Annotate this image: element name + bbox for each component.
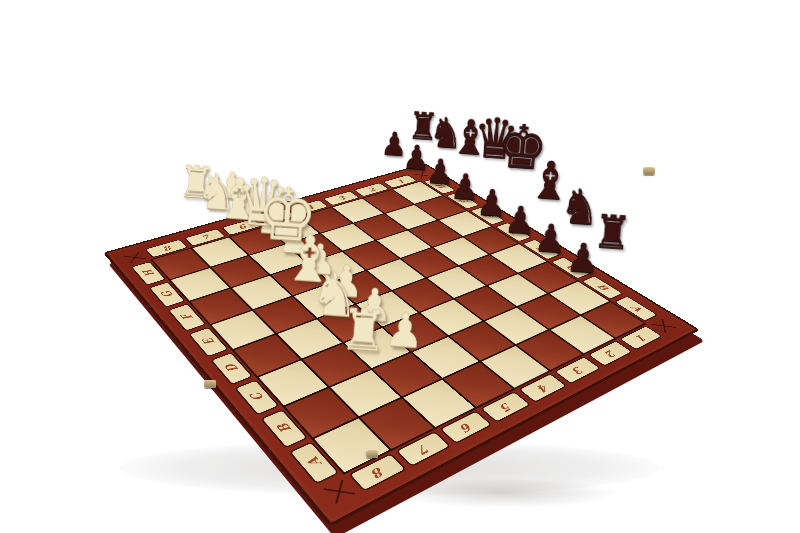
clasp-icon [366,450,378,458]
pawn-glyph: ♟ [475,184,507,222]
rank-label-text: 3 [335,195,347,201]
rank-label-text: 2 [602,348,619,359]
file-label-text: C [247,391,267,403]
file-label-text: A [628,304,644,313]
file-label-text: F [178,313,195,322]
rank-label-text: 7 [199,234,212,241]
file-label-text: G [158,290,176,299]
file-label-g: G [150,283,184,307]
rank-label-text: 4 [534,382,552,394]
rank-label-8: 8 [146,240,186,257]
photo-scene: ABCDEFGH8♜♞♝♚♛♝♞♜87♟♟♟♟♟♟♟♟7665544332♟♟♟… [0,0,800,533]
rank-label-text: 8 [368,464,387,480]
file-label-e: E [190,328,227,356]
rank-label-text: 2 [366,187,378,193]
rank-label-text: 7 [414,441,433,456]
pawn-glyph: ♟ [384,306,426,355]
pawn-glyph: ♟ [533,218,568,258]
rook-glyph: ♜ [338,300,389,360]
clasp-icon [204,380,216,388]
pawn-glyph: ♟ [503,201,537,240]
file-label-text: H [140,269,157,278]
file-label-text: A [303,455,325,470]
file-label-h: H [132,262,164,284]
clasp-icon [643,167,655,175]
file-label-text: D [222,362,242,374]
file-label-text: E [199,337,217,347]
frame-corner [322,479,356,505]
rank-label-text: 3 [569,364,586,375]
rank-label-text: 1 [633,333,650,343]
rank-label-text: 5 [497,400,515,413]
rank-label-text: 8 [160,244,173,252]
frame-corner [123,251,147,264]
file-label-text: B [273,421,294,435]
file-label-text: B [594,283,610,291]
pawn-glyph: ♟ [565,237,601,279]
rank-label-7: 7 [186,229,225,245]
rank-label-4: 4 [520,374,565,401]
rank-label-text: 1 [394,178,406,184]
rank-label-text: 6 [457,420,476,434]
